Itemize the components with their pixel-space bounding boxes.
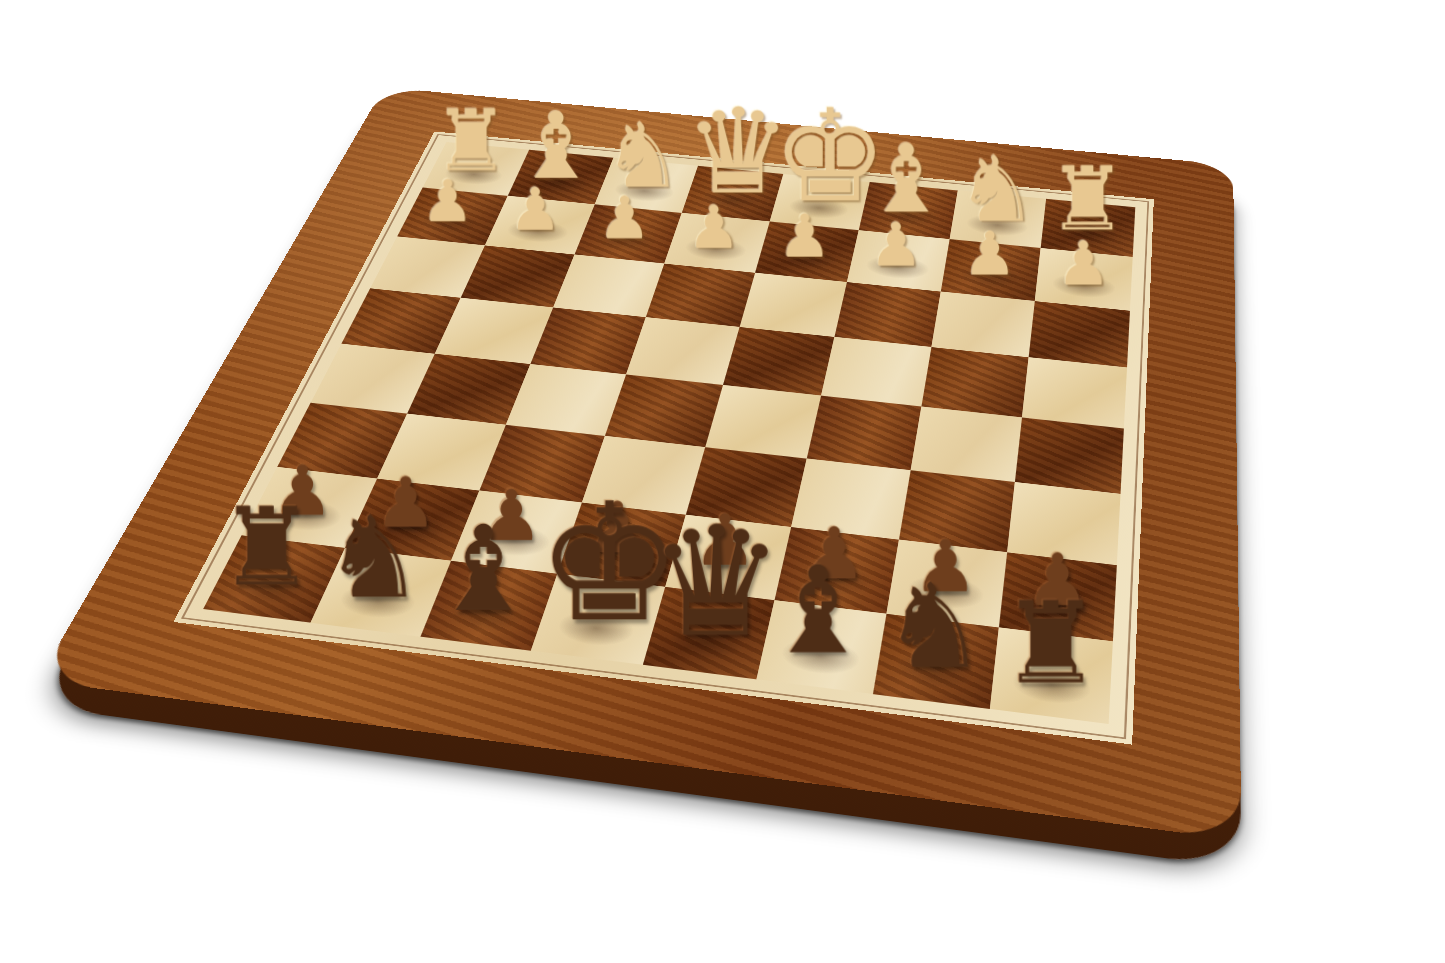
square-h5[interactable] <box>1021 357 1126 428</box>
square-h6[interactable] <box>1028 301 1130 368</box>
square-f6[interactable] <box>834 282 940 347</box>
piece-light-pawn-h7[interactable]: ♟ <box>1036 237 1130 291</box>
square-g4[interactable] <box>910 406 1022 482</box>
piece-light-pawn-c7[interactable]: ♟ <box>578 193 669 246</box>
square-c7[interactable]: ♟ <box>574 204 681 263</box>
square-e4[interactable] <box>705 385 821 459</box>
piece-light-king-e8[interactable]: ♚ <box>772 98 861 213</box>
square-c6[interactable] <box>552 254 663 317</box>
piece-light-pawn-a7[interactable]: ♟ <box>402 175 492 227</box>
square-f7[interactable]: ♟ <box>847 230 949 291</box>
piece-dark-rook-a1[interactable]: ♜ <box>210 499 321 596</box>
square-g1[interactable]: ♞ <box>872 614 998 709</box>
square-f5[interactable] <box>821 337 931 407</box>
board-maple-frame: ♜♝♞♛♚♝♞♜♟♟♟♟♟♟♟♟♟♟♟♟♟♟♟♟♜♞♝♚♛♝♞♜ <box>173 131 1154 744</box>
square-d4[interactable] <box>604 374 722 447</box>
board-grid: ♜♝♞♛♚♝♞♜♟♟♟♟♟♟♟♟♟♟♟♟♟♟♟♟♜♞♝♚♛♝♞♜ <box>203 142 1135 724</box>
square-g7[interactable]: ♟ <box>940 239 1040 301</box>
chess-board: ♜♝♞♛♚♝♞♜♟♟♟♟♟♟♟♟♟♟♟♟♟♟♟♟♜♞♝♚♛♝♞♜ <box>37 87 1241 840</box>
square-d1[interactable]: ♚ <box>530 574 665 665</box>
square-e7[interactable]: ♟ <box>755 222 859 282</box>
square-d5[interactable] <box>625 317 739 385</box>
product-photo-scene: ♜♝♞♛♚♝♞♜♟♟♟♟♟♟♟♟♟♟♟♟♟♟♟♟♜♞♝♚♛♝♞♜ <box>0 0 1445 963</box>
piece-light-bishop-f8[interactable]: ♝ <box>861 137 951 222</box>
piece-light-knight-g8[interactable]: ♞ <box>951 149 1041 231</box>
square-d6[interactable] <box>645 263 755 327</box>
piece-light-pawn-g7[interactable]: ♟ <box>942 228 1035 282</box>
square-e6[interactable] <box>739 273 847 337</box>
piece-dark-bishop-f1[interactable]: ♝ <box>760 556 875 665</box>
piece-light-pawn-d7[interactable]: ♟ <box>667 201 759 254</box>
square-h4[interactable] <box>1014 417 1123 494</box>
square-h1[interactable]: ♜ <box>989 627 1112 724</box>
piece-dark-king-d1[interactable]: ♚ <box>536 490 650 637</box>
piece-light-pawn-b7[interactable]: ♟ <box>489 184 580 237</box>
square-e1[interactable]: ♛ <box>642 587 774 680</box>
square-e5[interactable] <box>723 327 835 396</box>
piece-light-pawn-f7[interactable]: ♟ <box>850 219 943 273</box>
square-a4[interactable] <box>310 344 435 414</box>
piece-dark-queen-e1[interactable]: ♛ <box>647 514 762 651</box>
piece-dark-rook-h1[interactable]: ♜ <box>992 592 1109 694</box>
piece-dark-knight-g1[interactable]: ♞ <box>875 574 991 679</box>
square-d7[interactable]: ♟ <box>664 213 770 273</box>
piece-light-queen-d8[interactable]: ♛ <box>685 98 774 204</box>
piece-dark-bishop-c1[interactable]: ♝ <box>426 517 539 624</box>
piece-dark-knight-b1[interactable]: ♞ <box>317 508 429 610</box>
square-f4[interactable] <box>806 396 920 471</box>
piece-light-pawn-e7[interactable]: ♟ <box>758 210 850 264</box>
square-f1[interactable]: ♝ <box>756 600 885 694</box>
square-g6[interactable] <box>931 291 1035 357</box>
square-g5[interactable] <box>920 347 1027 418</box>
square-h7[interactable]: ♟ <box>1034 248 1132 310</box>
